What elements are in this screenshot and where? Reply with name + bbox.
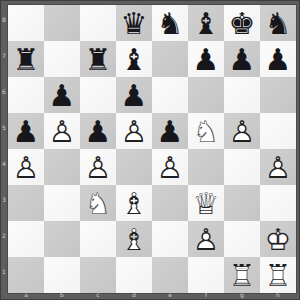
square-c2[interactable]: [80, 221, 116, 257]
file-label-a: a: [8, 292, 44, 299]
black-pawn[interactable]: ♟: [80, 113, 116, 149]
square-e3[interactable]: [152, 185, 188, 221]
rank-label-1: 1: [0, 269, 8, 275]
square-d8[interactable]: ♛: [116, 5, 152, 41]
square-d2[interactable]: ♝♗: [116, 221, 152, 257]
chess-board: ♛♞♝♚♞♜♜♝♟♟♟♟♟♟♟♙♟♟♙♟♞♘♟♙♟♙♟♙♟♙♟♙♞♘♝♗♛♕♝♗…: [8, 5, 296, 293]
square-e2[interactable]: [152, 221, 188, 257]
square-h4[interactable]: ♟♙: [260, 149, 296, 185]
square-h8[interactable]: ♞: [260, 5, 296, 41]
black-pawn[interactable]: ♟: [8, 113, 44, 149]
square-g6[interactable]: [224, 77, 260, 113]
rank-label-4: 4: [0, 161, 8, 167]
square-a8[interactable]: [8, 5, 44, 41]
black-pawn[interactable]: ♟: [188, 41, 224, 77]
black-pawn[interactable]: ♟: [44, 77, 80, 113]
white-knight[interactable]: ♞♘: [188, 113, 224, 149]
square-a2[interactable]: [8, 221, 44, 257]
rank-label-7: 7: [0, 53, 8, 59]
black-queen[interactable]: ♛: [116, 5, 152, 41]
square-f6[interactable]: [188, 77, 224, 113]
square-b7[interactable]: [44, 41, 80, 77]
black-pawn[interactable]: ♟: [152, 113, 188, 149]
rank-label-5: 5: [0, 125, 8, 131]
square-a1[interactable]: [8, 257, 44, 293]
square-d7[interactable]: ♝: [116, 41, 152, 77]
black-bishop[interactable]: ♝: [116, 41, 152, 77]
file-label-g: g: [224, 292, 260, 299]
square-e4[interactable]: ♟♙: [152, 149, 188, 185]
square-e5[interactable]: ♟: [152, 113, 188, 149]
square-c5[interactable]: ♟: [80, 113, 116, 149]
square-f4[interactable]: [188, 149, 224, 185]
square-f1[interactable]: [188, 257, 224, 293]
black-king[interactable]: ♚: [224, 5, 260, 41]
square-g7[interactable]: ♟: [224, 41, 260, 77]
square-d4[interactable]: [116, 149, 152, 185]
square-c4[interactable]: ♟♙: [80, 149, 116, 185]
square-f2[interactable]: ♟♙: [188, 221, 224, 257]
square-d6[interactable]: ♟: [116, 77, 152, 113]
square-g4[interactable]: [224, 149, 260, 185]
white-pawn[interactable]: ♟♙: [152, 149, 188, 185]
white-rook[interactable]: ♜♖: [224, 257, 260, 293]
square-h1[interactable]: ♜♖: [260, 257, 296, 293]
rank-label-2: 2: [0, 233, 8, 239]
rank-label-3: 3: [0, 197, 8, 203]
rank-label-8: 8: [0, 17, 8, 23]
white-pawn[interactable]: ♟♙: [8, 149, 44, 185]
white-pawn[interactable]: ♟♙: [80, 149, 116, 185]
square-a3[interactable]: [8, 185, 44, 221]
white-king[interactable]: ♚♔: [260, 221, 296, 257]
white-bishop[interactable]: ♝♗: [116, 185, 152, 221]
square-g2[interactable]: [224, 221, 260, 257]
square-h5[interactable]: [260, 113, 296, 149]
square-d1[interactable]: [116, 257, 152, 293]
square-a6[interactable]: [8, 77, 44, 113]
square-b5[interactable]: ♟♙: [44, 113, 80, 149]
square-a4[interactable]: ♟♙: [8, 149, 44, 185]
square-h3[interactable]: [260, 185, 296, 221]
black-pawn[interactable]: ♟: [116, 77, 152, 113]
chess-board-frame: ♛♞♝♚♞♜♜♝♟♟♟♟♟♟♟♙♟♟♙♟♞♘♟♙♟♙♟♙♟♙♟♙♞♘♝♗♛♕♝♗…: [0, 0, 300, 300]
square-b8[interactable]: [44, 5, 80, 41]
square-h2[interactable]: ♚♔: [260, 221, 296, 257]
black-bishop[interactable]: ♝: [188, 5, 224, 41]
square-b6[interactable]: ♟: [44, 77, 80, 113]
square-b3[interactable]: [44, 185, 80, 221]
square-g8[interactable]: ♚: [224, 5, 260, 41]
rank-label-6: 6: [0, 89, 8, 95]
square-f7[interactable]: ♟: [188, 41, 224, 77]
black-pawn[interactable]: ♟: [260, 41, 296, 77]
white-pawn[interactable]: ♟♙: [188, 221, 224, 257]
square-a5[interactable]: ♟: [8, 113, 44, 149]
square-d5[interactable]: ♟♙: [116, 113, 152, 149]
square-b2[interactable]: [44, 221, 80, 257]
file-label-d: d: [116, 292, 152, 299]
black-rook[interactable]: ♜: [80, 41, 116, 77]
white-rook[interactable]: ♜♖: [260, 257, 296, 293]
square-e1[interactable]: [152, 257, 188, 293]
square-b1[interactable]: [44, 257, 80, 293]
black-knight[interactable]: ♞: [260, 5, 296, 41]
black-pawn[interactable]: ♟: [224, 41, 260, 77]
square-f5[interactable]: ♞♘: [188, 113, 224, 149]
square-a7[interactable]: ♜: [8, 41, 44, 77]
square-e7[interactable]: [152, 41, 188, 77]
square-c3[interactable]: ♞♘: [80, 185, 116, 221]
square-e6[interactable]: [152, 77, 188, 113]
white-pawn[interactable]: ♟♙: [44, 113, 80, 149]
square-g5[interactable]: ♟♙: [224, 113, 260, 149]
square-c1[interactable]: [80, 257, 116, 293]
square-c7[interactable]: ♜: [80, 41, 116, 77]
square-c8[interactable]: [80, 5, 116, 41]
white-queen[interactable]: ♛♕: [188, 185, 224, 221]
file-label-c: c: [80, 292, 116, 299]
square-d3[interactable]: ♝♗: [116, 185, 152, 221]
white-bishop[interactable]: ♝♗: [116, 221, 152, 257]
square-f3[interactable]: ♛♕: [188, 185, 224, 221]
square-g3[interactable]: [224, 185, 260, 221]
white-pawn[interactable]: ♟♙: [116, 113, 152, 149]
square-c6[interactable]: [80, 77, 116, 113]
file-label-e: e: [152, 292, 188, 299]
square-h6[interactable]: [260, 77, 296, 113]
square-e8[interactable]: ♞: [152, 5, 188, 41]
square-h7[interactable]: ♟: [260, 41, 296, 77]
file-label-b: b: [44, 292, 80, 299]
white-knight[interactable]: ♞♘: [80, 185, 116, 221]
file-label-f: f: [188, 292, 224, 299]
square-b4[interactable]: [44, 149, 80, 185]
square-f8[interactable]: ♝: [188, 5, 224, 41]
white-pawn[interactable]: ♟♙: [224, 113, 260, 149]
black-knight[interactable]: ♞: [152, 5, 188, 41]
white-pawn[interactable]: ♟♙: [260, 149, 296, 185]
black-rook[interactable]: ♜: [8, 41, 44, 77]
file-label-h: h: [260, 292, 296, 299]
square-g1[interactable]: ♜♖: [224, 257, 260, 293]
